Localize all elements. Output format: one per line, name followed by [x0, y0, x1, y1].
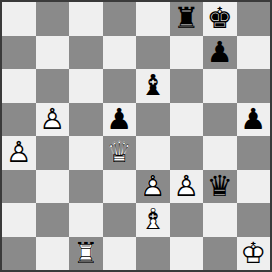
square-d5[interactable]: ♟ [103, 103, 137, 137]
square-g5[interactable] [203, 103, 237, 137]
chess-board: ♜♚♟♝♟♙♟♟♟♙♛♕♟♙♟♙♛♝♗♜♖♚♔ [0, 0, 272, 272]
pawn-icon: ♙ [170, 170, 204, 204]
square-d8[interactable] [103, 2, 137, 36]
square-h4[interactable] [237, 136, 271, 170]
square-b4[interactable] [36, 136, 70, 170]
square-e2[interactable]: ♝♗ [136, 203, 170, 237]
square-a6[interactable] [2, 69, 36, 103]
square-c4[interactable] [69, 136, 103, 170]
square-d3[interactable] [103, 170, 137, 204]
square-g4[interactable] [203, 136, 237, 170]
square-b8[interactable] [36, 2, 70, 36]
square-a3[interactable] [2, 170, 36, 204]
square-e7[interactable] [136, 36, 170, 70]
pawn-icon: ♙ [136, 170, 170, 204]
square-h6[interactable] [237, 69, 271, 103]
black-king-g8[interactable]: ♚ [203, 2, 237, 36]
square-f6[interactable] [170, 69, 204, 103]
square-d6[interactable] [103, 69, 137, 103]
black-queen-g3[interactable]: ♛ [203, 170, 237, 204]
square-h2[interactable] [237, 203, 271, 237]
square-g6[interactable] [203, 69, 237, 103]
square-e8[interactable] [136, 2, 170, 36]
square-b7[interactable] [36, 36, 70, 70]
pawn-icon: ♙ [36, 103, 70, 137]
king-icon: ♚ [203, 2, 237, 36]
square-f7[interactable] [170, 36, 204, 70]
square-f8[interactable]: ♜ [170, 2, 204, 36]
square-c1[interactable]: ♜♖ [69, 237, 103, 271]
white-queen-d4[interactable]: ♛♕ [103, 136, 137, 170]
square-f4[interactable] [170, 136, 204, 170]
square-h1[interactable]: ♚♔ [237, 237, 271, 271]
square-f2[interactable] [170, 203, 204, 237]
pawn-icon: ♙ [2, 136, 36, 170]
black-pawn-g7[interactable]: ♟ [203, 36, 237, 70]
square-d2[interactable] [103, 203, 137, 237]
square-f5[interactable] [170, 103, 204, 137]
square-e1[interactable] [136, 237, 170, 271]
square-a2[interactable] [2, 203, 36, 237]
square-a5[interactable] [2, 103, 36, 137]
queen-icon: ♕ [103, 136, 137, 170]
rook-icon: ♜ [170, 2, 204, 36]
square-f1[interactable] [170, 237, 204, 271]
square-g8[interactable]: ♚ [203, 2, 237, 36]
white-rook-c1[interactable]: ♜♖ [69, 237, 103, 271]
square-d1[interactable] [103, 237, 137, 271]
square-b5[interactable]: ♟♙ [36, 103, 70, 137]
square-d7[interactable] [103, 36, 137, 70]
black-pawn-d5[interactable]: ♟ [103, 103, 137, 137]
black-bishop-e6[interactable]: ♝ [136, 69, 170, 103]
square-b3[interactable] [36, 170, 70, 204]
white-pawn-b5[interactable]: ♟♙ [36, 103, 70, 137]
square-g1[interactable] [203, 237, 237, 271]
square-g7[interactable]: ♟ [203, 36, 237, 70]
pawn-icon: ♟ [103, 103, 137, 137]
square-g3[interactable]: ♛ [203, 170, 237, 204]
square-b2[interactable] [36, 203, 70, 237]
square-h8[interactable] [237, 2, 271, 36]
square-c6[interactable] [69, 69, 103, 103]
square-e5[interactable] [136, 103, 170, 137]
black-pawn-h5[interactable]: ♟ [237, 103, 271, 137]
square-h3[interactable] [237, 170, 271, 204]
pawn-icon: ♟ [237, 103, 271, 137]
square-e3[interactable]: ♟♙ [136, 170, 170, 204]
square-c3[interactable] [69, 170, 103, 204]
square-a4[interactable]: ♟♙ [2, 136, 36, 170]
bishop-icon: ♝ [136, 69, 170, 103]
square-e6[interactable]: ♝ [136, 69, 170, 103]
white-pawn-e3[interactable]: ♟♙ [136, 170, 170, 204]
square-f3[interactable]: ♟♙ [170, 170, 204, 204]
square-b6[interactable] [36, 69, 70, 103]
rook-icon: ♖ [69, 237, 103, 271]
square-a8[interactable] [2, 2, 36, 36]
square-g2[interactable] [203, 203, 237, 237]
queen-icon: ♛ [203, 170, 237, 204]
black-rook-f8[interactable]: ♜ [170, 2, 204, 36]
bishop-icon: ♗ [136, 203, 170, 237]
white-bishop-e2[interactable]: ♝♗ [136, 203, 170, 237]
square-h5[interactable]: ♟ [237, 103, 271, 137]
white-king-h1[interactable]: ♚♔ [237, 237, 271, 271]
square-e4[interactable] [136, 136, 170, 170]
square-c8[interactable] [69, 2, 103, 36]
square-a1[interactable] [2, 237, 36, 271]
pawn-icon: ♟ [203, 36, 237, 70]
square-a7[interactable] [2, 36, 36, 70]
square-d4[interactable]: ♛♕ [103, 136, 137, 170]
square-b1[interactable] [36, 237, 70, 271]
square-c2[interactable] [69, 203, 103, 237]
square-c5[interactable] [69, 103, 103, 137]
square-h7[interactable] [237, 36, 271, 70]
king-icon: ♔ [237, 237, 271, 271]
white-pawn-f3[interactable]: ♟♙ [170, 170, 204, 204]
square-c7[interactable] [69, 36, 103, 70]
white-pawn-a4[interactable]: ♟♙ [2, 136, 36, 170]
